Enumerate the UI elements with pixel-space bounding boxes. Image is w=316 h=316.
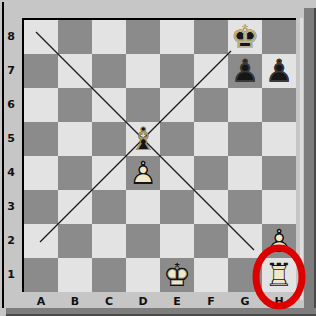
square-b6[interactable] [58, 88, 92, 122]
square-h3[interactable] [262, 190, 296, 224]
file-label-e: E [160, 295, 194, 308]
square-c8[interactable] [92, 20, 126, 54]
square-a2[interactable] [24, 224, 58, 258]
white-king-e1[interactable]: ♔ [160, 258, 194, 292]
square-f7[interactable] [194, 54, 228, 88]
square-h4[interactable] [262, 156, 296, 190]
square-c2[interactable] [92, 224, 126, 258]
square-a5[interactable] [24, 122, 58, 156]
square-f1[interactable] [194, 258, 228, 292]
square-g4[interactable] [228, 156, 262, 190]
rank-label-8: 8 [2, 20, 20, 54]
white-king-e1[interactable]: ♚ [160, 258, 194, 292]
square-e4[interactable] [160, 156, 194, 190]
square-a4[interactable] [24, 156, 58, 190]
square-e2[interactable] [160, 224, 194, 258]
square-d1[interactable] [126, 258, 160, 292]
square-h6[interactable] [262, 88, 296, 122]
square-d7[interactable] [126, 54, 160, 88]
file-label-g: G [228, 295, 262, 308]
square-c5[interactable] [92, 122, 126, 156]
square-e8[interactable] [160, 20, 194, 54]
white-pawn-d4[interactable]: ♟ [126, 156, 160, 190]
square-b1[interactable] [58, 258, 92, 292]
chess-diagram: ♚♔♟♙♟♙♝♗♟♙♟♙♚♔♜♖ 87654321 ABCDEFGH [0, 0, 316, 316]
square-c3[interactable] [92, 190, 126, 224]
frame-bottom-shadow [6, 308, 316, 316]
black-pawn-h7[interactable]: ♟ [262, 54, 296, 88]
white-pawn-d4[interactable]: ♙ [126, 156, 160, 190]
square-f4[interactable] [194, 156, 228, 190]
square-e1[interactable]: ♚♔ [160, 258, 194, 292]
rank-label-5: 5 [2, 122, 20, 156]
black-bishop-d5[interactable]: ♗ [126, 122, 160, 156]
square-b3[interactable] [58, 190, 92, 224]
square-e3[interactable] [160, 190, 194, 224]
chess-board: ♚♔♟♙♟♙♝♗♟♙♟♙♚♔♜♖ [22, 18, 296, 292]
square-g2[interactable] [228, 224, 262, 258]
file-label-b: B [58, 295, 92, 308]
square-g6[interactable] [228, 88, 262, 122]
frame-right-shadow [304, 8, 316, 316]
square-d2[interactable] [126, 224, 160, 258]
file-label-f: F [194, 295, 228, 308]
square-a3[interactable] [24, 190, 58, 224]
square-g7[interactable]: ♟♙ [228, 54, 262, 88]
file-label-h: H [262, 295, 296, 308]
square-f8[interactable] [194, 20, 228, 54]
black-pawn-g7[interactable]: ♙ [228, 54, 262, 88]
square-d6[interactable] [126, 88, 160, 122]
frame-right-highlight [300, 18, 303, 300]
square-c7[interactable] [92, 54, 126, 88]
square-f2[interactable] [194, 224, 228, 258]
square-a7[interactable] [24, 54, 58, 88]
square-b5[interactable] [58, 122, 92, 156]
white-rook-h1[interactable]: ♖ [262, 258, 296, 292]
black-bishop-d5[interactable]: ♝ [126, 122, 160, 156]
rank-label-6: 6 [2, 88, 20, 122]
square-a8[interactable] [24, 20, 58, 54]
black-pawn-g7[interactable]: ♟ [228, 54, 262, 88]
square-h8[interactable] [262, 20, 296, 54]
white-pawn-h2[interactable]: ♙ [262, 224, 296, 258]
square-e7[interactable] [160, 54, 194, 88]
square-f3[interactable] [194, 190, 228, 224]
square-d3[interactable] [126, 190, 160, 224]
square-h2[interactable]: ♟♙ [262, 224, 296, 258]
square-b2[interactable] [58, 224, 92, 258]
file-label-d: D [126, 295, 160, 308]
square-e6[interactable] [160, 88, 194, 122]
black-pawn-h7[interactable]: ♙ [262, 54, 296, 88]
black-king-g8[interactable]: ♚ [228, 20, 262, 54]
square-h1[interactable]: ♜♖ [262, 258, 296, 292]
black-king-g8[interactable]: ♔ [228, 20, 262, 54]
square-b7[interactable] [58, 54, 92, 88]
white-rook-h1[interactable]: ♜ [262, 258, 296, 292]
square-c6[interactable] [92, 88, 126, 122]
rank-label-7: 7 [2, 54, 20, 88]
white-pawn-h2[interactable]: ♟ [262, 224, 296, 258]
rank-label-4: 4 [2, 156, 20, 190]
square-d4[interactable]: ♟♙ [126, 156, 160, 190]
square-e5[interactable] [160, 122, 194, 156]
square-g3[interactable] [228, 190, 262, 224]
square-f5[interactable] [194, 122, 228, 156]
square-c4[interactable] [92, 156, 126, 190]
rank-label-2: 2 [2, 224, 20, 258]
file-label-a: A [24, 295, 58, 308]
square-f6[interactable] [194, 88, 228, 122]
square-a6[interactable] [24, 88, 58, 122]
square-b4[interactable] [58, 156, 92, 190]
square-g5[interactable] [228, 122, 262, 156]
square-g1[interactable] [228, 258, 262, 292]
square-d8[interactable] [126, 20, 160, 54]
square-c1[interactable] [92, 258, 126, 292]
rank-label-3: 3 [2, 190, 20, 224]
file-label-c: C [92, 295, 126, 308]
square-b8[interactable] [58, 20, 92, 54]
square-h7[interactable]: ♟♙ [262, 54, 296, 88]
square-g8[interactable]: ♚♔ [228, 20, 262, 54]
rank-label-1: 1 [2, 258, 20, 292]
square-d5[interactable]: ♝♗ [126, 122, 160, 156]
square-h5[interactable] [262, 122, 296, 156]
square-a1[interactable] [24, 258, 58, 292]
